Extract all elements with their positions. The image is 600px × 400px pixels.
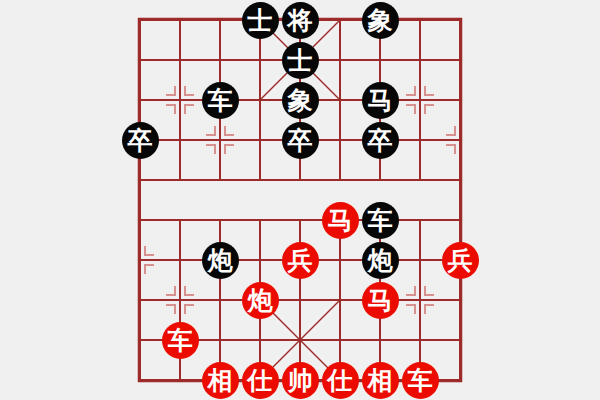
black-cannon[interactable]: 炮: [202, 242, 239, 279]
black-soldier[interactable]: 卒: [122, 122, 159, 159]
red-chariot[interactable]: 车: [402, 362, 439, 399]
red-advisor[interactable]: 仕: [242, 362, 279, 399]
red-general[interactable]: 帅: [282, 362, 319, 399]
red-horse[interactable]: 马: [362, 282, 399, 319]
red-cannon[interactable]: 炮: [242, 282, 279, 319]
black-horse[interactable]: 马: [362, 82, 399, 119]
black-cannon[interactable]: 炮: [362, 242, 399, 279]
red-elephant[interactable]: 相: [362, 362, 399, 399]
red-horse[interactable]: 马: [322, 202, 359, 239]
red-chariot[interactable]: 车: [162, 322, 199, 359]
xiangqi-board[interactable]: 士将象士车象马卒卒卒马车炮兵炮兵炮马车相仕帅仕相车: [120, 0, 480, 400]
black-chariot[interactable]: 车: [362, 202, 399, 239]
black-advisor[interactable]: 士: [282, 42, 319, 79]
black-elephant[interactable]: 象: [362, 2, 399, 39]
red-advisor[interactable]: 仕: [322, 362, 359, 399]
app-background: 士将象士车象马卒卒卒马车炮兵炮兵炮马车相仕帅仕相车: [0, 0, 600, 400]
black-soldier[interactable]: 卒: [282, 122, 319, 159]
black-soldier[interactable]: 卒: [362, 122, 399, 159]
red-elephant[interactable]: 相: [202, 362, 239, 399]
black-general[interactable]: 将: [282, 2, 319, 39]
piece-layer: 士将象士车象马卒卒卒马车炮兵炮兵炮马车相仕帅仕相车: [120, 0, 480, 400]
red-soldier[interactable]: 兵: [282, 242, 319, 279]
red-soldier[interactable]: 兵: [442, 242, 479, 279]
black-advisor[interactable]: 士: [242, 2, 279, 39]
black-chariot[interactable]: 车: [202, 82, 239, 119]
black-elephant[interactable]: 象: [282, 82, 319, 119]
